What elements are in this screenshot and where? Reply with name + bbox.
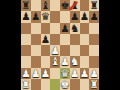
square-a6[interactable] — [21, 23, 31, 34]
square-c3[interactable] — [41, 56, 51, 67]
square-g6[interactable] — [80, 23, 90, 34]
piece-white-pawn[interactable]: ♟ — [60, 56, 70, 67]
piece-black-pawn[interactable]: ♟ — [80, 11, 90, 22]
square-c5[interactable]: ♟ — [41, 34, 51, 45]
piece-black-knight[interactable]: ♞ — [70, 23, 80, 34]
square-h3[interactable] — [89, 56, 99, 67]
square-c1[interactable] — [41, 79, 51, 90]
square-a5[interactable] — [21, 34, 31, 45]
square-b7[interactable]: ♟ — [31, 11, 41, 22]
square-g7[interactable]: ♟ — [80, 11, 90, 22]
piece-black-pawn[interactable]: ♟ — [60, 23, 70, 34]
square-g1[interactable] — [80, 79, 90, 90]
square-f2[interactable]: ♟ — [70, 68, 80, 79]
square-a1[interactable]: ♜ — [21, 79, 31, 90]
square-b3[interactable] — [31, 56, 41, 67]
square-f5[interactable] — [70, 34, 80, 45]
square-e6[interactable]: ♟ — [60, 23, 70, 34]
square-g3[interactable] — [80, 56, 90, 67]
chess-board: ♜♝♚♝♜♟♟♛♟♟♟♟♞♟♟♝♟♞♟♟♟♛♟♟♟♜♚♜ — [21, 0, 99, 90]
letterbox-left — [0, 0, 21, 90]
square-a7[interactable]: ♟ — [21, 11, 31, 22]
square-d6[interactable] — [50, 23, 60, 34]
square-g5[interactable] — [80, 34, 90, 45]
square-c2[interactable]: ♟ — [41, 68, 51, 79]
square-g4[interactable] — [80, 45, 90, 56]
square-h5[interactable] — [89, 34, 99, 45]
piece-white-pawn[interactable]: ♟ — [80, 68, 90, 79]
square-h6[interactable] — [89, 23, 99, 34]
square-f6[interactable]: ♞ — [70, 23, 80, 34]
chess-app-viewport: ♜♝♚♝♜♟♟♛♟♟♟♟♞♟♟♝♟♞♟♟♟♛♟♟♟♜♚♜ — [0, 0, 120, 90]
square-f7[interactable]: ♟ — [70, 11, 80, 22]
square-d1[interactable] — [50, 79, 60, 90]
square-f1[interactable] — [70, 79, 80, 90]
square-b5[interactable] — [31, 34, 41, 45]
piece-white-bishop[interactable]: ♝ — [50, 56, 60, 67]
square-d2[interactable] — [50, 68, 60, 79]
square-h1[interactable]: ♜ — [89, 79, 99, 90]
square-d8[interactable] — [50, 0, 60, 11]
square-e8[interactable]: ♚ — [60, 0, 70, 11]
piece-white-knight[interactable]: ♞ — [70, 56, 80, 67]
square-a3[interactable] — [21, 56, 31, 67]
piece-black-pawn[interactable]: ♟ — [21, 11, 31, 22]
piece-black-king[interactable]: ♚ — [60, 0, 70, 11]
square-c7[interactable]: ♛ — [41, 11, 51, 22]
piece-white-king[interactable]: ♚ — [60, 79, 70, 90]
piece-black-pawn[interactable]: ♟ — [70, 11, 80, 22]
square-c4[interactable] — [41, 45, 51, 56]
piece-white-pawn[interactable]: ♟ — [41, 68, 51, 79]
square-e1[interactable]: ♚ — [60, 79, 70, 90]
square-d7[interactable] — [50, 11, 60, 22]
square-g2[interactable]: ♟ — [80, 68, 90, 79]
square-a4[interactable] — [21, 45, 31, 56]
piece-white-rook[interactable]: ♜ — [89, 79, 99, 90]
square-b1[interactable] — [31, 79, 41, 90]
square-b2[interactable]: ♟ — [31, 68, 41, 79]
square-b6[interactable] — [31, 23, 41, 34]
square-e7[interactable] — [60, 11, 70, 22]
piece-white-rook[interactable]: ♜ — [21, 79, 31, 90]
square-h7[interactable]: ♟ — [89, 11, 99, 22]
square-e3[interactable]: ♟ — [60, 56, 70, 67]
square-e5[interactable] — [60, 34, 70, 45]
piece-black-queen[interactable]: ♛ — [41, 11, 51, 22]
square-b4[interactable] — [31, 45, 41, 56]
piece-white-pawn[interactable]: ♟ — [31, 68, 41, 79]
piece-black-pawn[interactable]: ♟ — [31, 11, 41, 22]
piece-black-pawn[interactable]: ♟ — [89, 11, 99, 22]
square-d3[interactable]: ♝ — [50, 56, 60, 67]
piece-black-pawn[interactable]: ♟ — [41, 34, 51, 45]
letterbox-right — [99, 0, 120, 90]
square-f3[interactable]: ♞ — [70, 56, 80, 67]
square-h4[interactable] — [89, 45, 99, 56]
piece-white-pawn[interactable]: ♟ — [70, 68, 80, 79]
